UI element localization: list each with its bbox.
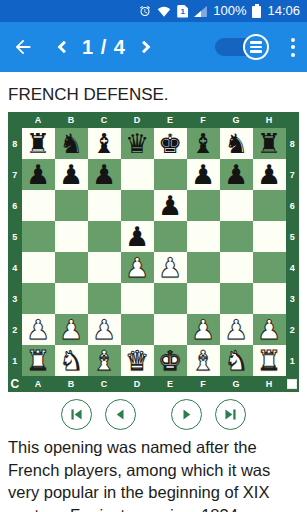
- square-c1[interactable]: ♝: [88, 345, 121, 376]
- square-e8[interactable]: ♚: [154, 128, 187, 159]
- square-g2[interactable]: ♟: [220, 314, 253, 345]
- white-to-move-indicator: [287, 379, 297, 389]
- square-g6[interactable]: [220, 190, 253, 221]
- flip-board-icon[interactable]: C: [8, 376, 22, 392]
- first-move-button[interactable]: [61, 399, 92, 430]
- square-a4[interactable]: [22, 252, 55, 283]
- square-h2[interactable]: ♟: [253, 314, 286, 345]
- signal-strength-icon: [194, 6, 207, 17]
- black-piece: ♞: [59, 130, 83, 157]
- battery-icon: [252, 6, 261, 18]
- square-f3[interactable]: [187, 283, 220, 314]
- clock-time: 14:06: [267, 0, 300, 22]
- rank-label-4-left: 4: [8, 252, 22, 283]
- file-label-f-top: F: [187, 112, 220, 128]
- file-label-c-top: C: [88, 112, 121, 128]
- square-d5[interactable]: ♟: [121, 221, 154, 252]
- rank-label-6-right: 6: [286, 190, 300, 221]
- rank-label-6-left: 6: [8, 190, 22, 221]
- square-h1[interactable]: ♜: [253, 345, 286, 376]
- previous-page-button[interactable]: [54, 37, 71, 57]
- square-g1[interactable]: ♞: [220, 345, 253, 376]
- black-piece: ♝: [191, 130, 215, 157]
- rank-label-8-right: 8: [286, 128, 300, 159]
- page-navigator: 1 / 4: [54, 36, 154, 59]
- square-c3[interactable]: [88, 283, 121, 314]
- square-g3[interactable]: [220, 283, 253, 314]
- square-h8[interactable]: ♜: [253, 128, 286, 159]
- square-f1[interactable]: ♝: [187, 345, 220, 376]
- white-piece: ♜: [257, 347, 281, 374]
- black-piece: ♟: [191, 161, 215, 188]
- chess-board: ABCDEFGH8♜♞♝♛♚♝♞♜87♟♟♟♟♟♟76♟65♟54♟♟4332♟…: [8, 112, 299, 392]
- black-piece: ♟: [125, 223, 149, 250]
- white-piece: ♟: [158, 254, 182, 281]
- square-d1[interactable]: ♛: [121, 345, 154, 376]
- square-c5[interactable]: [88, 221, 121, 252]
- square-e1[interactable]: ♚: [154, 345, 187, 376]
- square-b8[interactable]: ♞: [55, 128, 88, 159]
- opening-description: This opening was named after the French …: [8, 436, 299, 512]
- white-piece: ♟: [257, 316, 281, 343]
- white-piece: ♞: [59, 347, 83, 374]
- screen: 1 100% 14:06 1 / 4: [0, 0, 307, 512]
- square-h7[interactable]: ♟: [253, 159, 286, 190]
- square-h6[interactable]: [253, 190, 286, 221]
- square-g5[interactable]: [220, 221, 253, 252]
- black-piece: ♝: [92, 130, 116, 157]
- square-b1[interactable]: ♞: [55, 345, 88, 376]
- square-b4[interactable]: [55, 252, 88, 283]
- square-a2[interactable]: ♟: [22, 314, 55, 345]
- battery-percent: 100%: [213, 0, 246, 22]
- black-piece: ♞: [224, 130, 248, 157]
- rank-label-7-right: 7: [286, 159, 300, 190]
- file-label-f-bottom: F: [187, 376, 220, 392]
- file-label-c-bottom: C: [88, 376, 121, 392]
- file-label-b-top: B: [55, 112, 88, 128]
- black-piece: ♜: [26, 130, 50, 157]
- rank-label-5-left: 5: [8, 221, 22, 252]
- square-f5[interactable]: [187, 221, 220, 252]
- file-label-e-bottom: E: [154, 376, 187, 392]
- overflow-menu-button[interactable]: [287, 34, 299, 61]
- square-b2[interactable]: ♟: [55, 314, 88, 345]
- square-c2[interactable]: ♟: [88, 314, 121, 345]
- square-e5[interactable]: [154, 221, 187, 252]
- file-label-g-bottom: G: [220, 376, 253, 392]
- white-piece: ♟: [26, 316, 50, 343]
- white-piece: ♟: [59, 316, 83, 343]
- file-label-a-top: A: [22, 112, 55, 128]
- square-b5[interactable]: [55, 221, 88, 252]
- status-bar: 1 100% 14:06: [0, 0, 307, 22]
- square-d8[interactable]: ♛: [121, 128, 154, 159]
- rank-label-4-right: 4: [286, 252, 300, 283]
- white-piece: ♟: [191, 316, 215, 343]
- square-c7[interactable]: ♟: [88, 159, 121, 190]
- wifi-icon: [157, 6, 171, 17]
- rank-label-8-left: 8: [8, 128, 22, 159]
- rank-label-2-left: 2: [8, 314, 22, 345]
- file-label-b-bottom: B: [55, 376, 88, 392]
- black-piece: ♛: [125, 130, 149, 157]
- black-piece: ♚: [158, 130, 182, 157]
- square-e6[interactable]: ♟: [154, 190, 187, 221]
- text-mode-toggle[interactable]: [215, 34, 269, 60]
- rank-label-7-left: 7: [8, 159, 22, 190]
- black-piece: ♟: [257, 161, 281, 188]
- white-piece: ♞: [224, 347, 248, 374]
- square-d7[interactable]: [121, 159, 154, 190]
- rank-label-2-right: 2: [286, 314, 300, 345]
- last-move-button[interactable]: [215, 399, 246, 430]
- file-label-h-bottom: H: [253, 376, 286, 392]
- rank-label-3-left: 3: [8, 283, 22, 314]
- square-e3[interactable]: [154, 283, 187, 314]
- square-a6[interactable]: [22, 190, 55, 221]
- rank-label-3-right: 3: [286, 283, 300, 314]
- file-label-g-top: G: [220, 112, 253, 128]
- square-h3[interactable]: [253, 283, 286, 314]
- white-piece: ♟: [224, 316, 248, 343]
- square-e7[interactable]: [154, 159, 187, 190]
- rank-label-1-right: 1: [286, 345, 300, 376]
- arrow-left-icon: [12, 36, 34, 58]
- flip-board-label: C: [10, 378, 19, 390]
- file-label-d-bottom: D: [121, 376, 154, 392]
- square-f4[interactable]: [187, 252, 220, 283]
- move-navigation: [0, 399, 307, 430]
- square-d2[interactable]: [121, 314, 154, 345]
- square-a8[interactable]: ♜: [22, 128, 55, 159]
- file-label-d-top: D: [121, 112, 154, 128]
- black-piece: ♟: [92, 161, 116, 188]
- square-b7[interactable]: ♟: [55, 159, 88, 190]
- square-b3[interactable]: [55, 283, 88, 314]
- alarm-icon: [139, 5, 151, 17]
- app-bar: 1 / 4: [0, 22, 307, 72]
- back-button[interactable]: [0, 36, 46, 58]
- chevron-right-icon: [137, 37, 154, 57]
- skip-to-start-icon: [69, 407, 84, 422]
- square-d6[interactable]: [121, 190, 154, 221]
- white-piece: ♝: [191, 347, 215, 374]
- chevron-left-icon: [54, 37, 71, 57]
- white-piece: ♟: [125, 254, 149, 281]
- hamburger-circle-icon: [243, 34, 269, 60]
- skip-to-end-icon: [223, 407, 238, 422]
- square-a5[interactable]: [22, 221, 55, 252]
- square-b6[interactable]: [55, 190, 88, 221]
- black-piece: ♟: [26, 161, 50, 188]
- board-corner: [8, 112, 22, 128]
- square-f2[interactable]: ♟: [187, 314, 220, 345]
- black-piece: ♟: [224, 161, 248, 188]
- white-piece: ♝: [92, 347, 116, 374]
- black-piece: ♟: [158, 192, 182, 219]
- square-d4[interactable]: ♟: [121, 252, 154, 283]
- file-label-a-bottom: A: [22, 376, 55, 392]
- square-c4[interactable]: [88, 252, 121, 283]
- square-a1[interactable]: ♜: [22, 345, 55, 376]
- black-piece: ♜: [257, 130, 281, 157]
- square-e2[interactable]: [154, 314, 187, 345]
- square-a7[interactable]: ♟: [22, 159, 55, 190]
- rank-label-5-right: 5: [286, 221, 300, 252]
- square-c6[interactable]: [88, 190, 121, 221]
- square-g8[interactable]: ♞: [220, 128, 253, 159]
- vertical-dots-icon: [291, 38, 295, 42]
- black-piece: ♟: [59, 161, 83, 188]
- square-f6[interactable]: [187, 190, 220, 221]
- square-e4[interactable]: ♟: [154, 252, 187, 283]
- sim-slot-number: 1: [180, 7, 184, 16]
- square-d3[interactable]: [121, 283, 154, 314]
- square-f7[interactable]: ♟: [187, 159, 220, 190]
- next-move-button[interactable]: [171, 399, 202, 430]
- sim-card-icon: 1: [177, 5, 188, 18]
- square-g4[interactable]: [220, 252, 253, 283]
- white-piece: ♟: [92, 316, 116, 343]
- file-label-h-top: H: [253, 112, 286, 128]
- page-indicator: 1 / 4: [82, 36, 126, 59]
- previous-move-button[interactable]: [105, 399, 136, 430]
- white-piece: ♚: [158, 347, 182, 374]
- square-c8[interactable]: ♝: [88, 128, 121, 159]
- square-g7[interactable]: ♟: [220, 159, 253, 190]
- side-to-move-corner: [286, 376, 300, 392]
- white-piece: ♜: [26, 347, 50, 374]
- play-back-icon: [113, 407, 128, 422]
- rank-label-1-left: 1: [8, 345, 22, 376]
- page-title: FRENCH DEFENSE.: [8, 86, 299, 104]
- file-label-e-top: E: [154, 112, 187, 128]
- square-f8[interactable]: ♝: [187, 128, 220, 159]
- play-forward-icon: [179, 407, 194, 422]
- square-a3[interactable]: [22, 283, 55, 314]
- board-corner: [286, 112, 300, 128]
- square-h4[interactable]: [253, 252, 286, 283]
- white-piece: ♛: [125, 347, 149, 374]
- square-h5[interactable]: [253, 221, 286, 252]
- next-page-button[interactable]: [137, 37, 154, 57]
